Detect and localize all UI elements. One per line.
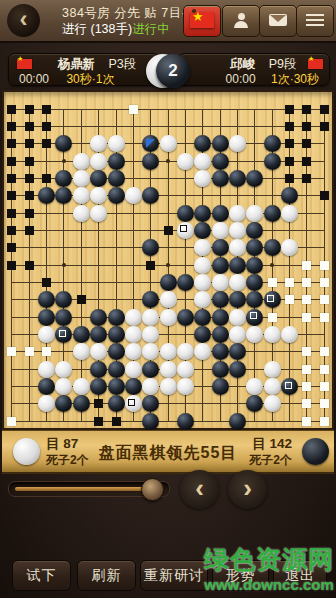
- player-panel-black: 邱峻 P9段 00:00 1次·30秒: [178, 53, 330, 86]
- stone-black: [229, 257, 246, 274]
- stone-white: [194, 239, 211, 256]
- stone-white: [73, 153, 90, 170]
- stone-white: [246, 205, 263, 222]
- top-bar: ‹ 384号房 分先 贴 7目半 进行 (138手)进行中 ★: [0, 0, 336, 43]
- stone-white: [38, 361, 55, 378]
- stone-white: [264, 326, 281, 343]
- territory-marker-black: [7, 122, 16, 131]
- mail-icon: [269, 14, 287, 26]
- territory-marker-white: [320, 295, 329, 304]
- stone-black: [142, 413, 159, 430]
- territory-marker-white: [285, 295, 294, 304]
- territory-marker-black: [302, 122, 311, 131]
- territory-marker-black: [7, 157, 16, 166]
- stone-black: [38, 309, 55, 326]
- stone-black: [90, 326, 107, 343]
- territory-marker-white: [320, 261, 329, 270]
- stone-black: [90, 378, 107, 395]
- territory-marker-white: [42, 347, 51, 356]
- stone-white: [160, 291, 177, 308]
- stone-black: [212, 239, 229, 256]
- dead-stone-marker: [285, 382, 292, 389]
- black-player-rank: P9段: [269, 57, 297, 71]
- territory-marker-white: [268, 278, 277, 287]
- button-refresh[interactable]: 刷新: [77, 560, 136, 591]
- stone-white: [90, 343, 107, 360]
- stone-black: [55, 309, 72, 326]
- stone-white: [90, 187, 107, 204]
- stone-black: [142, 291, 159, 308]
- stone-black-dead: [281, 378, 298, 395]
- territory-marker-white: [285, 278, 294, 287]
- stone-white: [55, 378, 72, 395]
- star-point: [62, 159, 66, 163]
- stone-black: [73, 395, 90, 412]
- territory-marker-black: [94, 399, 103, 408]
- stone-black: [212, 135, 229, 152]
- stone-white: [194, 170, 211, 187]
- dead-stone-marker: [128, 399, 135, 406]
- stone-black: [73, 326, 90, 343]
- black-points: 目 142: [252, 435, 292, 453]
- person-icon: [234, 21, 248, 28]
- territory-marker-black: [164, 226, 173, 235]
- territory-marker-black: [25, 261, 34, 270]
- territory-marker-black: [25, 174, 34, 183]
- stone-white: [125, 187, 142, 204]
- white-player-byoyomi: 30秒·1次: [66, 72, 114, 86]
- stone-black: [194, 222, 211, 239]
- stone-white: [177, 153, 194, 170]
- territory-marker-black: [25, 226, 34, 235]
- territory-marker-white: [302, 417, 311, 426]
- stone-white: [212, 274, 229, 291]
- territory-marker-black: [285, 174, 294, 183]
- stone-black: [108, 187, 125, 204]
- dead-stone-marker: [267, 295, 274, 302]
- territory-marker-black: [25, 157, 34, 166]
- territory-marker-black: [285, 139, 294, 148]
- stone-white-dead: [125, 395, 142, 412]
- move-count-text: 进行 (138手): [62, 22, 132, 36]
- stone-white: [38, 395, 55, 412]
- stone-black: [264, 205, 281, 222]
- territory-marker-white: [320, 417, 329, 426]
- go-board[interactable]: [2, 90, 334, 430]
- stone-black: [177, 309, 194, 326]
- score-bar: 目 87 死子2个 盘面黑棋领先55目 目 142 死子2个: [2, 430, 334, 474]
- stone-white: [160, 135, 177, 152]
- stone-black: [246, 395, 263, 412]
- player-list-button[interactable]: [222, 5, 260, 37]
- black-player-byoyomi: 1次·30秒: [271, 72, 319, 86]
- territory-marker-black: [302, 139, 311, 148]
- stone-white: [229, 326, 246, 343]
- stone-black: [229, 361, 246, 378]
- territory-marker-white: [302, 261, 311, 270]
- territory-marker-black: [302, 174, 311, 183]
- stone-white: [281, 239, 298, 256]
- territory-marker-black: [146, 261, 155, 270]
- territory-marker-black: [94, 417, 103, 426]
- territory-marker-black: [25, 122, 34, 131]
- stone-black: [212, 170, 229, 187]
- flag-button[interactable]: ★: [183, 5, 221, 37]
- territory-marker-white: [7, 347, 16, 356]
- stone-black: [212, 378, 229, 395]
- stone-white: [125, 361, 142, 378]
- stone-white: [246, 378, 263, 395]
- previous-move-button[interactable]: ‹: [180, 470, 219, 509]
- stone-black: [246, 291, 263, 308]
- stone-white: [229, 222, 246, 239]
- stone-black: [264, 239, 281, 256]
- territory-marker-black: [42, 174, 51, 183]
- stone-white: [177, 361, 194, 378]
- stone-white: [73, 205, 90, 222]
- territory-marker-black: [285, 157, 294, 166]
- stone-black: [38, 291, 55, 308]
- star-point: [166, 263, 170, 267]
- player-panel-white: 杨鼎新 P3段 00:00 30秒·1次: [8, 53, 160, 86]
- game-progress: 进行 (138手)进行中: [62, 21, 170, 38]
- dead-stone-marker: [250, 312, 257, 319]
- territory-marker-black: [25, 209, 34, 218]
- territory-marker-black: [7, 243, 16, 252]
- room-title: 384号房 分先 贴 7目半: [62, 5, 195, 22]
- black-player-name: 邱峻: [230, 57, 255, 71]
- territory-marker-black: [7, 261, 16, 270]
- territory-marker-black: [42, 278, 51, 287]
- territory-marker-black: [112, 417, 121, 426]
- stone-black: [108, 153, 125, 170]
- stone-white: [281, 326, 298, 343]
- stone-black: [90, 170, 107, 187]
- china-flag-icon: ★: [190, 12, 214, 28]
- stone-black: [142, 239, 159, 256]
- star-point: [62, 263, 66, 267]
- territory-marker-white: [7, 417, 16, 426]
- stone-white: [246, 326, 263, 343]
- stone-black: [108, 326, 125, 343]
- star-point: [166, 159, 170, 163]
- stone-white: [142, 326, 159, 343]
- stone-black: [55, 291, 72, 308]
- territory-marker-black: [25, 105, 34, 114]
- territory-marker-black: [285, 122, 294, 131]
- status-text: 进行中: [132, 22, 170, 36]
- stone-white: [125, 309, 142, 326]
- stone-black: [194, 326, 211, 343]
- back-button[interactable]: ‹: [7, 4, 40, 37]
- territory-marker-white: [302, 278, 311, 287]
- stone-white: [264, 361, 281, 378]
- stone-white: [90, 205, 107, 222]
- stone-black: [194, 309, 211, 326]
- button-exit[interactable]: 退出: [273, 560, 327, 591]
- stone-black: [108, 170, 125, 187]
- menu-icon: [306, 14, 324, 26]
- stone-black: [246, 222, 263, 239]
- stone-black: [38, 187, 55, 204]
- black-player-time: 00:00: [226, 72, 256, 86]
- black-capture-badge: 2: [156, 54, 190, 88]
- stone-black: [142, 395, 159, 412]
- stone-black: [108, 361, 125, 378]
- stone-black: [212, 257, 229, 274]
- stone-black: [125, 378, 142, 395]
- territory-marker-white: [302, 399, 311, 408]
- stone-black: [246, 274, 263, 291]
- black-stone-icon: [302, 438, 329, 465]
- stone-black: [177, 413, 194, 430]
- star-point: [270, 263, 274, 267]
- move-slider-fill: [15, 487, 151, 491]
- stone-white: [73, 343, 90, 360]
- territory-marker-black: [42, 122, 51, 131]
- stone-white: [229, 135, 246, 152]
- stone-black-dead: [246, 309, 263, 326]
- stone-white: [125, 326, 142, 343]
- stone-black: [177, 274, 194, 291]
- stone-white: [229, 239, 246, 256]
- stone-black: [160, 274, 177, 291]
- stone-black: [229, 413, 246, 430]
- stone-black: [142, 187, 159, 204]
- stone-black: [229, 343, 246, 360]
- stone-black: [212, 361, 229, 378]
- black-dead-count: 死子2个: [249, 452, 292, 469]
- go-app-screen: ‹ 384号房 分先 贴 7目半 进行 (138手)进行中 ★ 杨鼎新 P3段 …: [0, 0, 336, 598]
- territory-marker-black: [42, 105, 51, 114]
- stone-black: [142, 135, 159, 152]
- stone-white: [73, 187, 90, 204]
- territory-marker-white: [320, 347, 329, 356]
- territory-marker-white: [320, 365, 329, 374]
- territory-marker-black: [320, 105, 329, 114]
- stone-black: [108, 309, 125, 326]
- stone-white: [177, 378, 194, 395]
- stone-black: [246, 239, 263, 256]
- stone-black: [246, 257, 263, 274]
- territory-marker-black: [320, 191, 329, 200]
- stone-white: [142, 343, 159, 360]
- stone-white: [55, 361, 72, 378]
- stone-black-dead: [264, 291, 281, 308]
- menu-button[interactable]: [296, 5, 334, 37]
- stone-white: [281, 205, 298, 222]
- territory-marker-black: [7, 226, 16, 235]
- black-player-flag-icon: [308, 59, 323, 69]
- stone-black: [177, 205, 194, 222]
- stone-white: [194, 343, 211, 360]
- stone-white: [38, 326, 55, 343]
- stone-black: [142, 361, 159, 378]
- territory-marker-black: [7, 174, 16, 183]
- territory-marker-white: [320, 382, 329, 391]
- territory-marker-white: [302, 365, 311, 374]
- button-score-estimate[interactable]: 形势: [212, 560, 269, 591]
- territory-marker-black: [320, 122, 329, 131]
- stone-black: [90, 309, 107, 326]
- territory-marker-black: [7, 209, 16, 218]
- territory-marker-white: [320, 313, 329, 322]
- stone-white: [194, 153, 211, 170]
- stone-white: [125, 343, 142, 360]
- stone-white: [229, 205, 246, 222]
- stone-black: [212, 309, 229, 326]
- stone-black: [229, 170, 246, 187]
- stone-white: [212, 222, 229, 239]
- stone-black: [38, 378, 55, 395]
- territory-marker-white: [302, 382, 311, 391]
- territory-marker-white: [268, 313, 277, 322]
- territory-marker-black: [7, 191, 16, 200]
- stone-white: [73, 170, 90, 187]
- button-restart-review[interactable]: 重新研讨: [140, 560, 208, 591]
- stone-black: [212, 205, 229, 222]
- territory-marker-black: [7, 139, 16, 148]
- stone-black: [229, 291, 246, 308]
- stone-black: [108, 378, 125, 395]
- stone-black: [212, 343, 229, 360]
- territory-marker-black: [25, 191, 34, 200]
- grid-line: [12, 421, 324, 422]
- stone-white: [142, 309, 159, 326]
- territory-marker-black: [7, 105, 16, 114]
- stone-black: [194, 205, 211, 222]
- stone-black: [55, 135, 72, 152]
- stone-black: [55, 395, 72, 412]
- stone-black: [108, 343, 125, 360]
- territory-marker-white: [320, 278, 329, 287]
- stone-black: [264, 135, 281, 152]
- next-move-button[interactable]: ›: [228, 470, 267, 509]
- stone-black: [264, 153, 281, 170]
- stone-white: [160, 343, 177, 360]
- territory-marker-black: [302, 157, 311, 166]
- stone-white-dead: [177, 222, 194, 239]
- last-move-triangle-icon: [146, 139, 155, 148]
- territory-marker-white: [320, 399, 329, 408]
- territory-marker-white: [302, 295, 311, 304]
- message-button[interactable]: [259, 5, 297, 37]
- dead-stone-marker: [180, 225, 187, 232]
- territory-marker-black: [25, 139, 34, 148]
- stone-white: [90, 153, 107, 170]
- stone-white: [90, 135, 107, 152]
- territory-marker-black: [302, 105, 311, 114]
- stone-white: [194, 257, 211, 274]
- stone-black: [142, 153, 159, 170]
- stone-white: [160, 361, 177, 378]
- button-try-move[interactable]: 试下: [12, 560, 71, 591]
- territory-marker-black: [77, 295, 86, 304]
- stone-black: [55, 170, 72, 187]
- white-player-rank: P3段: [108, 57, 136, 71]
- white-player-time: 00:00: [19, 72, 49, 86]
- stone-black: [212, 326, 229, 343]
- white-player-flag-icon: [17, 59, 32, 69]
- stone-white: [194, 291, 211, 308]
- stone-white: [264, 395, 281, 412]
- stone-black: [108, 395, 125, 412]
- territory-marker-black: [42, 139, 51, 148]
- territory-marker-white: [25, 347, 34, 356]
- stone-black: [194, 135, 211, 152]
- dead-stone-marker: [59, 330, 66, 337]
- stone-black: [246, 170, 263, 187]
- stone-black: [212, 153, 229, 170]
- stone-white: [194, 274, 211, 291]
- stone-black: [90, 361, 107, 378]
- move-slider-knob[interactable]: [141, 478, 164, 501]
- stone-white: [160, 309, 177, 326]
- stone-white: [264, 378, 281, 395]
- stone-white: [108, 135, 125, 152]
- territory-marker-black: [285, 105, 294, 114]
- stone-white: [142, 378, 159, 395]
- stone-white: [160, 378, 177, 395]
- stone-white: [229, 274, 246, 291]
- territory-marker-white: [302, 313, 311, 322]
- white-player-name: 杨鼎新: [57, 57, 95, 71]
- stone-black: [55, 187, 72, 204]
- stone-black: [212, 291, 229, 308]
- stone-white: [177, 343, 194, 360]
- stone-white: [229, 309, 246, 326]
- stone-black: [281, 187, 298, 204]
- stone-black-dead: [55, 326, 72, 343]
- territory-marker-white: [129, 105, 138, 114]
- move-slider[interactable]: [8, 481, 170, 497]
- territory-marker-white: [302, 347, 311, 356]
- stone-white: [73, 378, 90, 395]
